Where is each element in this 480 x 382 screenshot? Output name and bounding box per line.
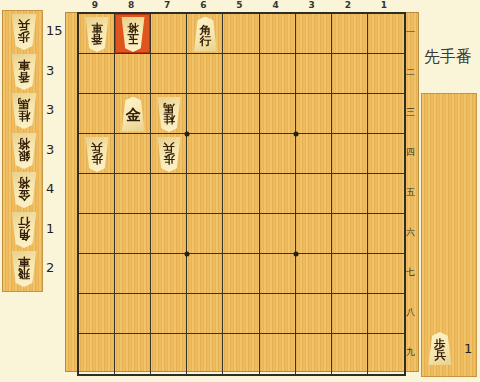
shogi-piece[interactable]: 桂馬 [10,93,38,129]
piece-kanji: 香車 [18,59,30,85]
piece-kanji: 銀将 [18,138,30,164]
board-cell[interactable] [368,94,404,134]
board-cell[interactable] [296,214,332,254]
piece-kanji: 香車 [91,22,103,47]
board-cell[interactable] [151,334,187,374]
piece-kanji: 角行 [18,217,30,243]
rank-label: 七 [402,252,419,292]
star-point [293,132,298,137]
turn-indicator: 先手番 [424,47,478,68]
board-cell[interactable] [223,14,259,54]
gote-hand-tray: 歩兵香車桂馬銀将金将角行飛車 [2,10,43,292]
board-cell[interactable] [332,334,368,374]
board-cell[interactable] [151,254,187,294]
board-cell[interactable] [187,294,223,334]
board-cell[interactable] [223,254,259,294]
board-cell[interactable] [332,14,368,54]
board-cell[interactable] [296,294,332,334]
board-cell[interactable] [115,134,151,174]
rank-label: 二 [402,52,419,92]
rank-label: 五 [402,172,419,212]
file-label: 6 [185,0,221,11]
board-cell[interactable] [260,294,296,334]
board-cell[interactable] [79,214,115,254]
board-cell[interactable] [332,254,368,294]
board-cell[interactable] [260,334,296,374]
piece-kanji: 歩兵 [164,142,176,167]
board-cell[interactable] [368,254,404,294]
shogi-app: 歩兵香車桂馬銀将金将角行飛車 15333412 987654321 香車玉将角行… [0,0,480,382]
board-cell[interactable] [368,294,404,334]
board-cell[interactable] [187,134,223,174]
board-cell[interactable] [223,174,259,214]
board-cell[interactable] [187,54,223,94]
hand-count: 3 [46,102,54,117]
board-cell[interactable] [79,254,115,294]
board-cell[interactable] [368,14,404,54]
board-cell[interactable] [115,254,151,294]
piece-kanji: 金将 [18,177,30,203]
board-cell[interactable] [332,134,368,174]
piece-kanji: 金 [126,105,141,122]
file-label: 4 [258,0,294,11]
board-cell[interactable] [260,134,296,174]
board-cell[interactable] [115,54,151,94]
board-cell[interactable] [296,54,332,94]
hand-count: 1 [464,341,472,356]
hand-count: 3 [46,142,54,157]
rank-label: 四 [402,132,419,172]
board-cell[interactable] [115,334,151,374]
star-point [293,252,298,257]
board-cell[interactable] [79,334,115,374]
file-label: 8 [113,0,149,11]
board-cell[interactable] [223,54,259,94]
board-cell[interactable] [260,254,296,294]
board-cell[interactable] [187,174,223,214]
file-label: 3 [294,0,330,11]
rank-label: 三 [402,92,419,132]
board-cell[interactable] [151,174,187,214]
hand-count: 15 [46,23,63,38]
file-label: 1 [366,0,402,11]
shogi-piece[interactable]: 歩兵 [10,14,38,50]
board-cell[interactable] [115,214,151,254]
rank-label: 六 [402,212,419,252]
file-label: 7 [149,0,185,11]
board-cell[interactable] [368,54,404,94]
board-cell[interactable] [79,294,115,334]
star-point [185,132,190,137]
shogi-piece[interactable]: 歩兵 [427,332,453,365]
board-cell[interactable] [187,334,223,374]
shogi-piece[interactable]: 飛車 [10,251,38,287]
board-cell[interactable] [368,334,404,374]
piece-kanji: 玉将 [127,22,139,47]
board-cell[interactable] [223,134,259,174]
shogi-board: 香車玉将角行金桂馬歩兵歩兵 [65,12,419,372]
board-cell[interactable] [332,294,368,334]
file-label: 2 [330,0,366,11]
board-cell[interactable] [187,94,223,134]
board-cell[interactable] [115,174,151,214]
board-cell[interactable] [296,254,332,294]
hand-count: 4 [46,181,54,196]
sente-hand-tray: 歩兵1 [421,93,477,377]
piece-kanji: 飛車 [18,256,30,282]
board-cell[interactable] [223,214,259,254]
star-point [185,252,190,257]
hand-count: 2 [46,260,54,275]
hand-count: 1 [46,221,54,236]
board-cell[interactable] [332,94,368,134]
board-cell[interactable] [260,54,296,94]
board-cell[interactable] [260,214,296,254]
board-cell[interactable] [151,294,187,334]
board-cell[interactable] [115,294,151,334]
board-cell[interactable] [151,214,187,254]
board-cell[interactable] [79,174,115,214]
board-cell[interactable] [368,214,404,254]
board-cell[interactable] [223,294,259,334]
board-cell[interactable] [79,94,115,134]
board-grid: 香車玉将角行金桂馬歩兵歩兵 [77,12,406,376]
board-cell[interactable] [368,134,404,174]
board-cell[interactable] [260,94,296,134]
board-cell[interactable] [223,334,259,374]
board-cell[interactable] [260,174,296,214]
piece-kanji: 歩兵 [18,19,30,45]
board-cell[interactable] [296,94,332,134]
board-cell[interactable] [151,54,187,94]
shogi-piece[interactable]: 金将 [10,172,38,208]
board-cell[interactable] [296,174,332,214]
piece-kanji: 角行 [200,22,212,47]
board-cell[interactable] [332,214,368,254]
board-cell[interactable] [260,14,296,54]
rank-label: 九 [402,332,419,372]
board-cell[interactable] [223,94,259,134]
piece-kanji: 桂馬 [164,102,176,127]
board-cell[interactable] [187,254,223,294]
board-cell[interactable] [296,334,332,374]
board-cell[interactable] [79,54,115,94]
board-cell[interactable] [332,174,368,214]
shogi-piece[interactable]: 香車 [10,54,38,90]
board-cell[interactable] [368,174,404,214]
rank-label: 八 [402,292,419,332]
shogi-piece[interactable]: 銀将 [10,133,38,169]
board-cell[interactable] [187,214,223,254]
piece-kanji: 歩兵 [434,336,446,361]
board-cell[interactable] [151,14,187,54]
board-cell[interactable] [296,134,332,174]
hand-count: 3 [46,63,54,78]
piece-kanji: 桂馬 [18,98,30,124]
board-cell[interactable] [296,14,332,54]
board-cell[interactable] [332,54,368,94]
file-label: 5 [221,0,257,11]
file-label: 9 [77,0,113,11]
rank-label: 一 [402,12,419,52]
piece-kanji: 歩兵 [91,142,103,167]
shogi-piece[interactable]: 角行 [10,212,38,248]
